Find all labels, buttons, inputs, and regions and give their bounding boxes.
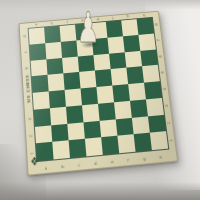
square-b4 — [49, 90, 66, 108]
square-g5 — [126, 66, 144, 84]
square-f6 — [109, 52, 126, 69]
square-d6 — [78, 55, 95, 72]
white-pawn-icon: ♟ — [76, 6, 101, 48]
square-b2 — [51, 123, 69, 142]
coord-label: c — [66, 20, 69, 25]
square-g1 — [134, 133, 152, 152]
coord-label: 8 — [153, 23, 158, 26]
square-e4 — [96, 86, 114, 104]
square-g2 — [132, 116, 150, 135]
coord-label: d — [94, 160, 97, 166]
square-c6 — [62, 56, 79, 74]
square-e1 — [101, 136, 119, 155]
coord-label: 4 — [161, 88, 166, 91]
square-f7 — [107, 36, 124, 53]
square-b5 — [48, 74, 65, 92]
coord-label: a — [44, 165, 47, 171]
square-c8 — [60, 25, 77, 42]
square-f4 — [112, 84, 130, 102]
square-d3 — [82, 104, 100, 122]
coord-label: 2 — [28, 135, 33, 138]
chessboard-photo: abcdefgh abcdefgh 87654321 87654321 US C… — [0, 0, 200, 200]
square-f3 — [114, 101, 132, 119]
coord-label: b — [50, 21, 53, 26]
coord-label: 8 — [22, 35, 27, 38]
square-c1 — [69, 139, 87, 158]
square-e6 — [93, 53, 110, 70]
square-f8 — [106, 21, 123, 38]
coord-label: b — [61, 163, 64, 169]
coord-label: 3 — [163, 105, 168, 108]
coord-label: g — [143, 156, 146, 161]
square-d5 — [79, 71, 96, 89]
coord-label: 1 — [168, 139, 173, 142]
square-a6 — [31, 59, 48, 77]
coord-label: c — [78, 162, 81, 167]
coord-label: 6 — [157, 55, 162, 58]
coord-label: g — [127, 14, 130, 19]
square-f2 — [116, 117, 134, 136]
coord-label: a — [35, 22, 38, 27]
square-a4 — [33, 91, 50, 109]
square-b6 — [46, 57, 63, 75]
square-d1 — [85, 137, 103, 156]
square-a5 — [32, 75, 49, 93]
square-c3 — [66, 105, 83, 123]
coord-label: 3 — [27, 117, 32, 120]
white-pawn-pin: ♟ — [79, 11, 97, 45]
square-c2 — [67, 122, 85, 141]
coord-label: e — [111, 159, 114, 164]
square-a3 — [34, 108, 51, 126]
coord-label: 2 — [165, 122, 170, 125]
coord-label: 5 — [159, 71, 164, 74]
square-g7 — [123, 35, 140, 52]
square-g3 — [130, 99, 148, 117]
square-c4 — [65, 88, 82, 106]
square-a2 — [35, 125, 52, 144]
square-d2 — [83, 120, 101, 139]
square-b3 — [50, 107, 67, 125]
square-e2 — [100, 119, 118, 138]
coord-label: h — [159, 154, 162, 159]
square-b8 — [44, 26, 61, 43]
square-g8 — [121, 19, 138, 36]
wall-bottom-shadow — [0, 182, 200, 200]
square-a7 — [30, 43, 47, 60]
coord-label: 7 — [23, 51, 28, 54]
square-b1 — [52, 140, 70, 159]
coord-label: h — [142, 13, 145, 18]
square-f5 — [111, 68, 129, 86]
square-a8 — [29, 27, 46, 44]
square-b7 — [45, 42, 62, 59]
square-c5 — [63, 72, 80, 90]
square-e3 — [98, 102, 116, 120]
square-g4 — [128, 83, 146, 101]
us-chess-logo-icon: ❖ — [28, 150, 41, 171]
coord-label: f — [127, 157, 129, 162]
coord-label: f — [112, 16, 114, 21]
square-e5 — [95, 69, 112, 87]
square-g6 — [125, 50, 142, 67]
square-f1 — [117, 134, 135, 153]
coord-label: 7 — [155, 39, 160, 42]
square-d4 — [81, 87, 98, 105]
